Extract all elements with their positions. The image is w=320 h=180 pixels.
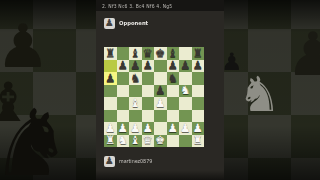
square-a2[interactable]: ♟ [104, 122, 117, 135]
white-bishop[interactable]: ♝ [130, 98, 140, 110]
move-list-text: 2. Nf3 Nc6 3. Bc4 Nf6 4. Ng5 [102, 3, 172, 8]
square-e8[interactable]: ♚ [154, 47, 167, 60]
square-g1[interactable] [179, 135, 192, 148]
square-a6[interactable]: ♟ [104, 72, 117, 85]
black-bishop[interactable]: ♝ [168, 48, 178, 60]
square-h1[interactable]: ♜ [192, 135, 205, 148]
black-queen[interactable]: ♛ [143, 48, 153, 60]
square-b6[interactable] [117, 72, 130, 85]
white-pawn[interactable]: ♟ [193, 123, 203, 135]
black-pawn[interactable]: ♟ [168, 60, 178, 72]
square-e2[interactable] [154, 122, 167, 135]
square-h4[interactable] [192, 97, 205, 110]
player-avatar[interactable]: ♟ [104, 156, 115, 167]
square-a8[interactable]: ♜ [104, 47, 117, 60]
square-d2[interactable]: ♟ [142, 122, 155, 135]
opponent-name: Opponent [119, 20, 148, 26]
square-h7[interactable]: ♟ [192, 60, 205, 73]
white-pawn[interactable]: ♟ [168, 123, 178, 135]
square-f2[interactable]: ♟ [167, 122, 180, 135]
knight-icon: ♞ [238, 70, 281, 118]
player-row: ♟ martinez0879 [104, 155, 185, 167]
square-f4[interactable] [167, 97, 180, 110]
black-pawn[interactable]: ♟ [193, 60, 203, 72]
white-knight[interactable]: ♞ [118, 135, 128, 147]
white-rook[interactable]: ♜ [193, 135, 203, 147]
white-queen[interactable]: ♛ [143, 135, 153, 147]
white-bishop[interactable]: ♝ [130, 135, 140, 147]
square-c1[interactable]: ♝ [129, 135, 142, 148]
knight-icon: ♞ [0, 98, 72, 180]
square-g3[interactable] [179, 110, 192, 123]
square-e7[interactable] [154, 60, 167, 73]
opponent-avatar[interactable]: ♟ [104, 18, 115, 29]
square-g5[interactable]: ♞ [179, 85, 192, 98]
black-bishop[interactable]: ♝ [130, 48, 140, 60]
square-e4[interactable]: ♟ [154, 97, 167, 110]
square-a7[interactable] [104, 60, 117, 73]
square-h8[interactable]: ♜ [192, 47, 205, 60]
black-knight[interactable]: ♞ [130, 73, 140, 85]
square-a3[interactable] [104, 110, 117, 123]
black-rook[interactable]: ♜ [193, 48, 203, 60]
square-f3[interactable] [167, 110, 180, 123]
square-h6[interactable] [192, 72, 205, 85]
square-d8[interactable]: ♛ [142, 47, 155, 60]
black-pawn[interactable]: ♟ [105, 73, 115, 85]
black-pawn[interactable]: ♟ [143, 60, 153, 72]
white-pawn[interactable]: ♟ [105, 123, 115, 135]
square-d1[interactable]: ♛ [142, 135, 155, 148]
square-g8[interactable] [179, 47, 192, 60]
white-pawn[interactable]: ♟ [130, 123, 140, 135]
square-a4[interactable] [104, 97, 117, 110]
white-pawn[interactable]: ♟ [180, 123, 190, 135]
square-d3[interactable] [142, 110, 155, 123]
square-b3[interactable] [117, 110, 130, 123]
square-g6[interactable] [179, 72, 192, 85]
square-g4[interactable] [179, 97, 192, 110]
square-g2[interactable]: ♟ [179, 122, 192, 135]
game-panel: 2. Nf3 Nc6 3. Bc4 Nf6 4. Ng5 ♟ Opponent … [96, 0, 224, 180]
square-d4[interactable] [142, 97, 155, 110]
square-f6[interactable]: ♞ [167, 72, 180, 85]
white-knight[interactable]: ♞ [180, 85, 190, 97]
white-pawn[interactable]: ♟ [143, 123, 153, 135]
square-b5[interactable] [117, 85, 130, 98]
square-c3[interactable] [129, 110, 142, 123]
square-c6[interactable]: ♞ [129, 72, 142, 85]
square-g7[interactable]: ♟ [179, 60, 192, 73]
white-rook[interactable]: ♜ [105, 135, 115, 147]
opponent-row: ♟ Opponent [104, 17, 177, 29]
square-c4[interactable]: ♝ [129, 97, 142, 110]
white-pawn[interactable]: ♟ [118, 123, 128, 135]
white-pawn[interactable]: ♟ [155, 98, 165, 110]
square-b8[interactable] [117, 47, 130, 60]
black-pawn[interactable]: ♟ [180, 60, 190, 72]
square-h3[interactable] [192, 110, 205, 123]
black-rook[interactable]: ♜ [105, 48, 115, 60]
black-pawn[interactable]: ♟ [130, 60, 140, 72]
square-h2[interactable]: ♟ [192, 122, 205, 135]
avatar-pawn-icon: ♟ [105, 18, 114, 28]
square-f1[interactable] [167, 135, 180, 148]
square-d7[interactable]: ♟ [142, 60, 155, 73]
black-pawn[interactable]: ♟ [118, 60, 128, 72]
square-e1[interactable]: ♚ [154, 135, 167, 148]
square-c8[interactable]: ♝ [129, 47, 142, 60]
square-b4[interactable] [117, 97, 130, 110]
square-f7[interactable]: ♟ [167, 60, 180, 73]
chess-board[interactable]: ♜♝♛♚♝♜♟♟♟♟♟♟♟♞♞♟♞♝♟♟♟♟♟♟♟♟♜♞♝♛♚♜ [104, 47, 204, 147]
square-a1[interactable]: ♜ [104, 135, 117, 148]
square-c5[interactable] [129, 85, 142, 98]
pawn-icon: ♟ [0, 16, 50, 76]
square-f5[interactable] [167, 85, 180, 98]
square-e3[interactable] [154, 110, 167, 123]
square-d6[interactable] [142, 72, 155, 85]
black-pawn[interactable]: ♟ [155, 85, 165, 97]
player-name: martinez0879 [119, 158, 152, 164]
square-b7[interactable]: ♟ [117, 60, 130, 73]
avatar-pawn-icon: ♟ [105, 156, 114, 166]
black-knight[interactable]: ♞ [168, 73, 178, 85]
square-f8[interactable]: ♝ [167, 47, 180, 60]
square-h5[interactable] [192, 85, 205, 98]
square-d5[interactable] [142, 85, 155, 98]
square-c2[interactable]: ♟ [129, 122, 142, 135]
pawn-icon: ♟ [286, 24, 320, 84]
square-e6[interactable] [154, 72, 167, 85]
move-list-bar: 2. Nf3 Nc6 3. Bc4 Nf6 4. Ng5 [96, 0, 224, 11]
white-king[interactable]: ♚ [155, 135, 165, 147]
square-a5[interactable] [104, 85, 117, 98]
square-c7[interactable]: ♟ [129, 60, 142, 73]
square-b2[interactable]: ♟ [117, 122, 130, 135]
video-frame: ♟♝♞♟♟♞ 2. Nf3 Nc6 3. Bc4 Nf6 4. Ng5 ♟ Op… [0, 0, 320, 180]
black-king[interactable]: ♚ [155, 48, 165, 60]
square-e5[interactable]: ♟ [154, 85, 167, 98]
square-b1[interactable]: ♞ [117, 135, 130, 148]
